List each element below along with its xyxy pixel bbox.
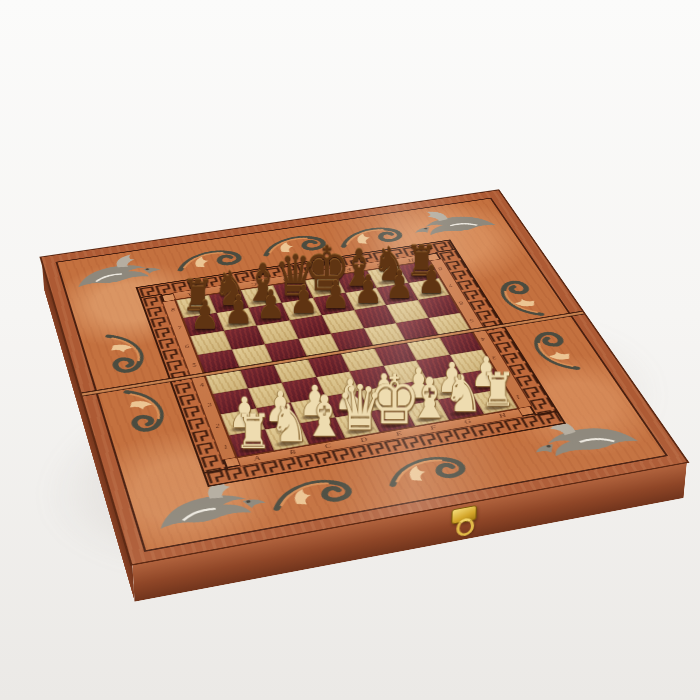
rank-label-5: 5: [468, 318, 475, 323]
clasp-ring-icon: [456, 517, 474, 538]
rank-label-5: 5: [191, 363, 197, 369]
file-label-g: G: [463, 418, 473, 425]
rank-label-1: 1: [515, 394, 522, 400]
file-label-c: C: [323, 442, 332, 449]
rank-label-4: 4: [479, 336, 486, 341]
floral-scroll-icon: [176, 249, 241, 271]
rank-label-1: 1: [223, 444, 229, 450]
file-label-e: E: [314, 272, 321, 278]
floral-scroll-icon: [384, 455, 465, 486]
file-label-h: H: [498, 412, 508, 419]
rank-label-4: 4: [199, 382, 205, 388]
floral-scroll-icon: [530, 332, 579, 372]
rank-label-2: 2: [214, 423, 220, 429]
floral-scroll-icon: [337, 226, 402, 247]
rank-label-6: 6: [458, 300, 464, 305]
file-label-a: A: [253, 455, 261, 462]
rank-label-8: 8: [437, 266, 443, 271]
rank-label-7: 7: [447, 283, 453, 288]
file-label-f: F: [429, 424, 438, 431]
dragon-icon: [520, 409, 639, 460]
floral-scroll-icon: [270, 478, 352, 510]
rank-label-3: 3: [207, 402, 213, 408]
file-label-d: D: [359, 436, 369, 443]
file-label-f: F: [345, 267, 353, 273]
file-label-d: D: [282, 276, 290, 282]
rank-label-8: 8: [170, 307, 176, 312]
file-label-b: B: [219, 286, 226, 292]
dragon-icon: [149, 474, 269, 530]
floral-scroll-icon: [124, 388, 165, 432]
piece-white-rook[interactable]: ♜: [235, 407, 271, 455]
rank-label-6: 6: [184, 344, 190, 350]
file-label-c: C: [251, 281, 259, 287]
file-label-h: H: [407, 257, 416, 263]
camera-perspective: ABCDEFGH ABCDEFGH 87654321 87654321 ♜♞♝♛…: [0, 0, 700, 700]
dragon-icon: [405, 204, 496, 238]
file-label-e: E: [394, 430, 403, 437]
file-label-g: G: [376, 262, 385, 268]
piece-white-rook[interactable]: ♜: [480, 366, 515, 413]
file-label-b: B: [288, 448, 296, 455]
product-photo-scene: ABCDEFGH ABCDEFGH 87654321 87654321 ♜♞♝♛…: [0, 0, 700, 700]
brass-clasp: [451, 505, 477, 525]
floral-scroll-icon: [261, 235, 326, 256]
file-label-a: A: [187, 291, 194, 297]
piece-white-knight[interactable]: ♞: [270, 398, 309, 450]
chess-box: ABCDEFGH ABCDEFGH 87654321 87654321 ♜♞♝♛…: [42, 190, 687, 564]
rank-label-7: 7: [177, 325, 183, 330]
floral-scroll-icon: [106, 332, 145, 372]
piece-white-bishop[interactable]: ♝: [304, 388, 346, 444]
floral-scroll-icon: [497, 281, 543, 318]
